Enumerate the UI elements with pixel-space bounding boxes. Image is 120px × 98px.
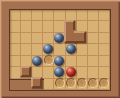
- hole: [88, 78, 98, 88]
- red-marble[interactable]: [66, 67, 76, 77]
- blue-marble[interactable]: [66, 44, 76, 54]
- hole: [77, 78, 87, 88]
- hole: [99, 78, 109, 88]
- blue-marble[interactable]: [54, 33, 64, 43]
- blue-marble[interactable]: [54, 56, 64, 66]
- wall-block: [74, 31, 86, 42]
- blue-marble[interactable]: [54, 67, 64, 77]
- hole: [55, 78, 65, 88]
- hole: [66, 78, 76, 88]
- hole: [44, 55, 54, 65]
- blue-marble[interactable]: [32, 56, 42, 66]
- blue-marble[interactable]: [43, 44, 53, 54]
- game-window: [0, 0, 120, 98]
- board-grid: [10, 10, 110, 90]
- box-block: [20, 66, 31, 77]
- frame-notch-block: [31, 77, 42, 88]
